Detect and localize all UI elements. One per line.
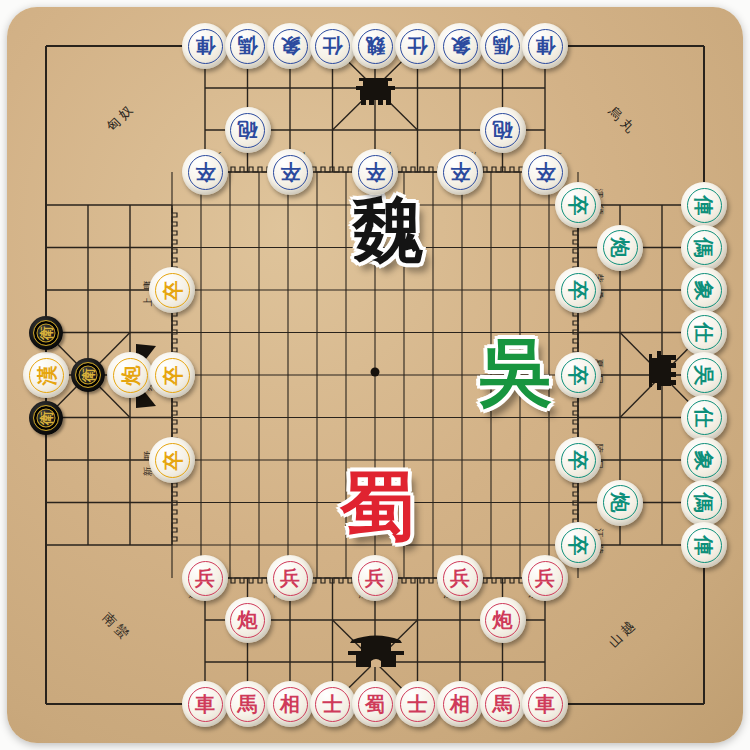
piece-ring: 卒 [155, 443, 190, 478]
piece-glyph: 兵 [450, 568, 470, 588]
piece-glyph: 仕 [323, 36, 343, 56]
piece-ring: 兵 [443, 561, 478, 596]
piece-ring: 傌 [687, 230, 722, 265]
piece-ring: 卒 [561, 273, 596, 308]
piece-wu-advisor[interactable]: 仕 [681, 310, 727, 356]
piece-ring: 兵 [273, 561, 308, 596]
piece-shu-soldier[interactable]: 兵 [352, 555, 398, 601]
piece-glyph: 炮 [493, 610, 513, 630]
piece-wei-general[interactable]: 魏 [352, 23, 398, 69]
piece-ring: 車 [528, 687, 563, 722]
piece-ring: 象 [273, 29, 308, 64]
piece-ring: 卒 [528, 155, 563, 190]
piece-glyph: 卒 [162, 450, 182, 470]
piece-han-general[interactable]: 漢 [23, 352, 69, 398]
piece-wei-advisor[interactable]: 仕 [310, 23, 356, 69]
piece-glyph: 馬 [493, 694, 513, 714]
piece-glyph: 炮 [120, 365, 140, 385]
piece-shu-elephant[interactable]: 相 [437, 681, 483, 727]
piece-ring: 卒 [155, 273, 190, 308]
piece-ring: 卒 [443, 155, 478, 190]
piece-wei-advisor[interactable]: 仕 [395, 23, 441, 69]
piece-shu-soldier[interactable]: 兵 [437, 555, 483, 601]
piece-wu-soldier[interactable]: 卒 [555, 267, 601, 313]
product-photo: 匈奴 烏丸 南蠻 山越 劍閣閬中漢中江州永安天水長安潼關洛陽北平濡須柴桑夏口陸口… [0, 0, 750, 750]
piece-ring: 俥 [687, 528, 722, 563]
piece-glyph: 相 [280, 694, 300, 714]
corner-label-northwest: 匈奴 [103, 99, 138, 134]
corner-label-southwest: 南蠻 [100, 610, 135, 645]
piece-han-guard-token[interactable]: 衛 [29, 316, 63, 350]
piece-shu-general[interactable]: 蜀 [352, 681, 398, 727]
piece-ring: 卒 [561, 443, 596, 478]
piece-wei-soldier[interactable]: 卒 [352, 149, 398, 195]
piece-ring: 蜀 [358, 687, 393, 722]
piece-wu-horse[interactable]: 傌 [681, 480, 727, 526]
piece-wei-elephant[interactable]: 象 [437, 23, 483, 69]
piece-ring: 衛 [33, 320, 59, 346]
piece-ring: 仕 [687, 315, 722, 350]
piece-glyph: 砲 [238, 120, 258, 140]
kingdom-label-wei: 魏 [352, 194, 424, 266]
piece-ring: 炮 [230, 603, 265, 638]
piece-glyph: 吳 [694, 365, 714, 385]
piece-glyph: 炮 [610, 493, 630, 513]
piece-glyph: 卒 [568, 195, 588, 215]
piece-glyph: 傌 [238, 36, 258, 56]
piece-glyph: 俥 [535, 36, 555, 56]
piece-wei-soldier[interactable]: 卒 [437, 149, 483, 195]
corner-label-southeast: 山越 [606, 615, 641, 650]
piece-ring: 傌 [485, 29, 520, 64]
piece-glyph: 象 [280, 36, 300, 56]
piece-han-guard-token[interactable]: 衛 [71, 358, 105, 392]
piece-ring: 仕 [687, 400, 722, 435]
piece-ring: 炮 [603, 230, 638, 265]
piece-glyph: 蜀 [365, 694, 385, 714]
piece-glyph: 仕 [408, 36, 428, 56]
piece-ring: 漢 [29, 358, 64, 393]
piece-glyph: 俥 [195, 36, 215, 56]
piece-wu-elephant[interactable]: 象 [681, 437, 727, 483]
piece-shu-chariot[interactable]: 車 [182, 681, 228, 727]
piece-glyph: 魏 [365, 36, 385, 56]
piece-wu-cannon[interactable]: 炮 [597, 480, 643, 526]
piece-glyph: 卒 [535, 162, 555, 182]
piece-glyph: 炮 [238, 610, 258, 630]
piece-glyph: 卒 [195, 162, 215, 182]
piece-ring: 士 [400, 687, 435, 722]
piece-wei-soldier[interactable]: 卒 [267, 149, 313, 195]
piece-wu-chariot[interactable]: 俥 [681, 522, 727, 568]
piece-ring: 炮 [485, 603, 520, 638]
piece-wu-general[interactable]: 吳 [681, 352, 727, 398]
piece-ring: 傌 [687, 485, 722, 520]
piece-wei-horse[interactable]: 傌 [480, 23, 526, 69]
piece-glyph: 馬 [238, 694, 258, 714]
piece-glyph: 仕 [694, 408, 714, 428]
piece-ring: 卒 [188, 155, 223, 190]
piece-han-soldier[interactable]: 卒 [149, 437, 195, 483]
piece-glyph: 傌 [493, 36, 513, 56]
piece-glyph: 炮 [610, 238, 630, 258]
piece-ring: 相 [273, 687, 308, 722]
piece-ring: 馬 [230, 687, 265, 722]
piece-wei-horse[interactable]: 傌 [225, 23, 271, 69]
piece-ring: 車 [188, 687, 223, 722]
piece-wu-soldier[interactable]: 卒 [555, 182, 601, 228]
piece-glyph: 傌 [694, 493, 714, 513]
piece-glyph: 俥 [694, 535, 714, 555]
piece-ring: 象 [443, 29, 478, 64]
piece-glyph: 象 [694, 280, 714, 300]
piece-glyph: 車 [535, 694, 555, 714]
piece-ring: 馬 [485, 687, 520, 722]
piece-ring: 兵 [188, 561, 223, 596]
piece-shu-soldier[interactable]: 兵 [267, 555, 313, 601]
piece-glyph: 衛 [39, 326, 53, 340]
piece-ring: 兵 [358, 561, 393, 596]
piece-ring: 卒 [358, 155, 393, 190]
piece-glyph: 兵 [280, 568, 300, 588]
piece-wu-soldier[interactable]: 卒 [555, 437, 601, 483]
piece-wu-soldier[interactable]: 卒 [555, 522, 601, 568]
piece-ring: 炮 [603, 485, 638, 520]
piece-ring: 仕 [400, 29, 435, 64]
piece-ring: 魏 [358, 29, 393, 64]
piece-ring: 砲 [230, 113, 265, 148]
piece-shu-chariot[interactable]: 車 [522, 681, 568, 727]
piece-glyph: 卒 [568, 450, 588, 470]
piece-glyph: 砲 [493, 120, 513, 140]
piece-shu-soldier[interactable]: 兵 [182, 555, 228, 601]
piece-glyph: 漢 [36, 365, 56, 385]
piece-glyph: 士 [323, 694, 343, 714]
piece-ring: 士 [315, 687, 350, 722]
piece-shu-advisor[interactable]: 士 [310, 681, 356, 727]
palace-icon-shu-gate-tower [348, 636, 404, 668]
piece-ring: 卒 [561, 188, 596, 223]
piece-ring: 象 [687, 443, 722, 478]
piece-glyph: 仕 [694, 323, 714, 343]
piece-glyph: 卒 [162, 365, 182, 385]
kingdom-label-wu: 吳 [480, 336, 552, 408]
piece-wei-elephant[interactable]: 象 [267, 23, 313, 69]
piece-wu-advisor[interactable]: 仕 [681, 395, 727, 441]
piece-glyph: 卒 [280, 162, 300, 182]
piece-glyph: 卒 [162, 280, 182, 300]
piece-han-guard-token[interactable]: 衛 [29, 401, 63, 435]
piece-glyph: 士 [408, 694, 428, 714]
piece-wei-chariot[interactable]: 俥 [522, 23, 568, 69]
piece-glyph: 俥 [694, 195, 714, 215]
piece-wu-cannon[interactable]: 炮 [597, 225, 643, 271]
piece-shu-horse[interactable]: 馬 [480, 681, 526, 727]
piece-wu-elephant[interactable]: 象 [681, 267, 727, 313]
piece-glyph: 兵 [365, 568, 385, 588]
piece-ring: 仕 [315, 29, 350, 64]
piece-ring: 吳 [687, 358, 722, 393]
piece-ring: 象 [687, 273, 722, 308]
piece-glyph: 卒 [365, 162, 385, 182]
piece-shu-elephant[interactable]: 相 [267, 681, 313, 727]
piece-ring: 兵 [528, 561, 563, 596]
piece-ring: 衛 [33, 405, 59, 431]
piece-glyph: 兵 [195, 568, 215, 588]
piece-glyph: 衛 [39, 411, 53, 425]
piece-wei-cannon[interactable]: 砲 [225, 107, 271, 153]
piece-wu-chariot[interactable]: 俥 [681, 182, 727, 228]
piece-glyph: 車 [195, 694, 215, 714]
piece-wei-soldier[interactable]: 卒 [182, 149, 228, 195]
piece-glyph: 相 [450, 694, 470, 714]
piece-wei-cannon[interactable]: 砲 [480, 107, 526, 153]
piece-ring: 相 [443, 687, 478, 722]
piece-ring: 卒 [155, 358, 190, 393]
piece-ring: 炮 [113, 358, 148, 393]
piece-wei-chariot[interactable]: 俥 [182, 23, 228, 69]
piece-shu-advisor[interactable]: 士 [395, 681, 441, 727]
piece-ring: 衛 [75, 362, 101, 388]
piece-glyph: 卒 [568, 365, 588, 385]
piece-ring: 俥 [687, 188, 722, 223]
piece-ring: 俥 [528, 29, 563, 64]
piece-shu-horse[interactable]: 馬 [225, 681, 271, 727]
piece-ring: 卒 [273, 155, 308, 190]
kingdom-label-shu: 蜀 [340, 468, 416, 544]
piece-han-cannon[interactable]: 炮 [107, 352, 153, 398]
piece-ring: 砲 [485, 113, 520, 148]
piece-shu-cannon[interactable]: 炮 [225, 597, 271, 643]
piece-ring: 卒 [561, 528, 596, 563]
piece-han-soldier[interactable]: 卒 [149, 352, 195, 398]
piece-shu-soldier[interactable]: 兵 [522, 555, 568, 601]
piece-ring: 卒 [561, 358, 596, 393]
piece-ring: 俥 [188, 29, 223, 64]
piece-glyph: 卒 [568, 535, 588, 555]
piece-shu-cannon[interactable]: 炮 [480, 597, 526, 643]
piece-glyph: 卒 [568, 280, 588, 300]
piece-glyph: 兵 [535, 568, 555, 588]
piece-glyph: 象 [694, 450, 714, 470]
piece-glyph: 象 [450, 36, 470, 56]
corner-label-northeast: 烏丸 [605, 103, 640, 138]
piece-glyph: 衛 [81, 368, 95, 382]
piece-glyph: 卒 [450, 162, 470, 182]
piece-glyph: 傌 [694, 238, 714, 258]
piece-wu-soldier[interactable]: 卒 [555, 352, 601, 398]
piece-wu-horse[interactable]: 傌 [681, 225, 727, 271]
piece-ring: 傌 [230, 29, 265, 64]
center-star-point [371, 368, 380, 377]
piece-han-soldier[interactable]: 卒 [149, 267, 195, 313]
